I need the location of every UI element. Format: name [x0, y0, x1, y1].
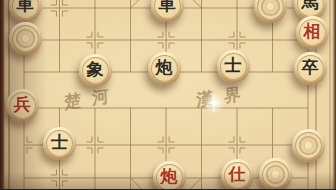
- piece-glyph: 仕: [229, 166, 246, 183]
- piece-character: 卒: [297, 55, 324, 82]
- piece-glyph: 炮: [156, 59, 173, 76]
- piece-black-cannon-f4r4[interactable]: 炮: [148, 52, 181, 85]
- piece-glyph: 相: [304, 23, 321, 40]
- board-right-edge: [332, 0, 336, 189]
- piece-back-pattern: [12, 25, 39, 52]
- piece-glyph: 馬: [302, 0, 319, 11]
- piece-character: 士: [46, 130, 73, 157]
- piece-back-pattern: [257, 0, 284, 20]
- piece-glyph: 車: [159, 0, 176, 13]
- piece-character: 車: [12, 0, 39, 19]
- piece-character: 炮: [156, 164, 183, 190]
- piece-facedown-f0r3[interactable]: [9, 22, 42, 55]
- piece-glyph: 象: [87, 61, 104, 78]
- board-left-edge: [0, 0, 5, 189]
- piece-red-advisor-f6r7[interactable]: 仕: [221, 159, 254, 190]
- piece-glyph: 卒: [302, 59, 319, 76]
- piece-glyph: 車: [17, 0, 34, 13]
- piece-black-soldier-f8r4[interactable]: 卒: [294, 52, 327, 85]
- piece-character: 車: [154, 0, 181, 19]
- piece-character: 相: [299, 19, 326, 46]
- piece-character: 馬: [297, 0, 324, 17]
- piece-black-advisor-f6r4[interactable]: 士: [217, 50, 250, 83]
- piece-character: 仕: [224, 162, 251, 189]
- piece-back-pattern: [262, 161, 289, 188]
- piece-black-elephant-f2r4[interactable]: 象: [79, 54, 112, 87]
- piece-red-soldier-f0r5[interactable]: 兵: [6, 89, 39, 122]
- piece-back-pattern: [295, 132, 322, 159]
- piece-glyph: 士: [225, 57, 242, 74]
- piece-character: 象: [82, 57, 109, 84]
- piece-character: 兵: [9, 92, 36, 119]
- piece-glyph: 炮: [161, 168, 178, 185]
- piece-facedown-f7r7[interactable]: [259, 158, 292, 190]
- piece-character: 炮: [151, 55, 178, 82]
- piece-glyph: 士: [51, 134, 68, 151]
- xiangqi-board[interactable]: 楚河 漢界 車車馬相象炮士卒兵士炮仕: [0, 0, 336, 189]
- piece-character: 士: [220, 53, 247, 80]
- piece-red-cannon-f4r7[interactable]: 炮: [153, 161, 186, 190]
- piece-glyph: 兵: [14, 96, 31, 113]
- piece-black-advisor-f1r6[interactable]: 士: [43, 127, 76, 160]
- piece-red-elephant-f8r3[interactable]: 相: [296, 16, 329, 49]
- piece-facedown-f8r6[interactable]: [292, 129, 325, 162]
